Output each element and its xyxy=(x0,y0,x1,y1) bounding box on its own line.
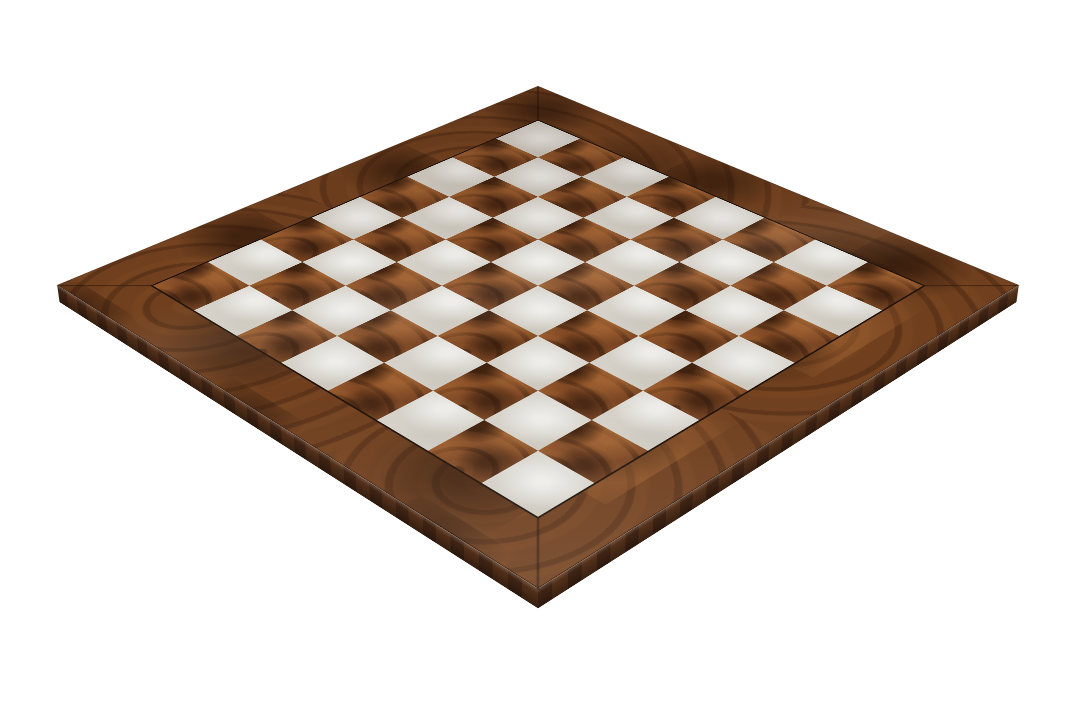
square-f2 xyxy=(433,363,538,420)
square-g5 xyxy=(638,310,738,362)
photo-background xyxy=(0,0,1080,720)
square-d2 xyxy=(337,310,437,362)
square-h7 xyxy=(784,286,882,336)
square-g1 xyxy=(428,420,538,483)
frame-miter-seam xyxy=(537,517,540,590)
chess-board xyxy=(57,86,1019,589)
frame-miter-seam xyxy=(923,285,1019,286)
square-g3 xyxy=(538,363,643,420)
frame-miter-seam xyxy=(537,87,539,121)
square-e2 xyxy=(384,336,487,391)
square-c1 xyxy=(237,310,337,362)
square-b1 xyxy=(194,286,292,336)
playing-field xyxy=(150,120,925,519)
square-h6 xyxy=(739,310,839,362)
square-h2 xyxy=(538,420,648,483)
square-f1 xyxy=(377,391,484,451)
frame-miter-seam xyxy=(57,285,153,286)
square-h1 xyxy=(482,451,595,517)
square-h3 xyxy=(592,391,699,451)
square-e4 xyxy=(489,286,587,336)
square-d3 xyxy=(391,286,489,336)
square-d1 xyxy=(281,336,384,391)
square-f3 xyxy=(487,336,590,391)
square-g2 xyxy=(484,391,591,451)
square-e3 xyxy=(438,310,538,362)
square-f5 xyxy=(587,286,685,336)
square-c2 xyxy=(292,286,390,336)
board-frame xyxy=(57,86,1019,589)
square-g6 xyxy=(685,286,783,336)
square-g4 xyxy=(589,336,692,391)
square-f4 xyxy=(538,310,638,362)
square-h4 xyxy=(643,363,748,420)
square-h5 xyxy=(692,336,795,391)
square-e1 xyxy=(328,363,433,420)
